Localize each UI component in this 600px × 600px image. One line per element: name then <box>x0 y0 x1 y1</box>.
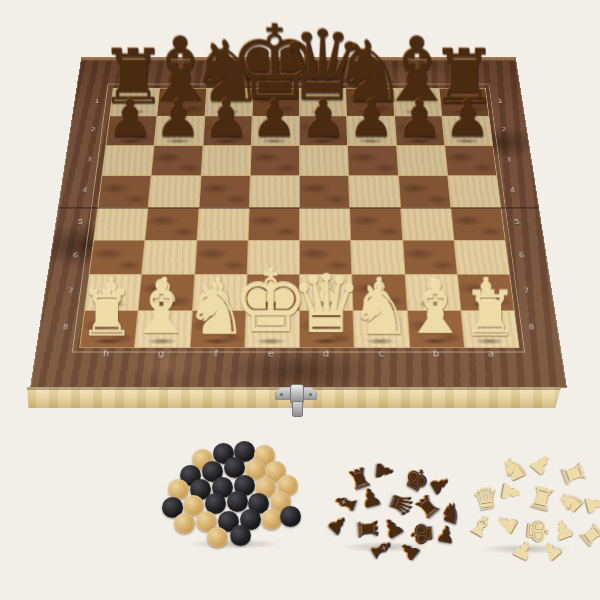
rank-label: 6 <box>69 252 83 259</box>
pile-checkers <box>160 437 310 549</box>
rank-label: 8 <box>524 323 539 331</box>
pile-light-pieces: ♞♟♜♛♟♜♞♟♝♟♚♟♜♟♟ <box>452 436 600 554</box>
file-label: d <box>299 349 354 361</box>
square <box>85 275 141 310</box>
square <box>149 176 200 207</box>
checker-tan <box>261 509 282 530</box>
file-label: a <box>463 349 519 361</box>
square <box>346 89 393 116</box>
square <box>399 176 451 207</box>
dark-pawn-loose: ♟ <box>372 460 396 482</box>
rank-label: 7 <box>519 287 533 295</box>
rank-label: 1 <box>91 98 104 104</box>
square <box>407 311 463 348</box>
metal-latch-icon <box>271 384 321 418</box>
square <box>195 241 248 275</box>
latch-screw <box>280 393 283 396</box>
square <box>448 176 501 207</box>
square <box>142 241 196 275</box>
rank-label: 7 <box>63 287 77 295</box>
square <box>461 311 519 348</box>
square <box>300 117 348 145</box>
checker-black <box>280 506 301 527</box>
rank-label: 5 <box>510 218 524 225</box>
square <box>252 89 299 116</box>
file-label: h <box>78 349 134 361</box>
square <box>102 146 153 176</box>
rank-label: 2 <box>87 126 100 132</box>
file-labels: hgfedcba <box>78 349 520 361</box>
square <box>139 275 194 310</box>
checker-black <box>227 491 248 512</box>
square <box>146 208 199 240</box>
rank-label: 4 <box>78 187 91 194</box>
square <box>158 89 206 116</box>
square <box>245 311 299 348</box>
square <box>403 241 457 275</box>
rank-label: 6 <box>515 252 529 259</box>
square <box>349 176 400 207</box>
square <box>98 176 150 207</box>
square <box>405 275 460 310</box>
square <box>203 117 251 145</box>
square <box>445 146 496 176</box>
checker-tan <box>174 513 195 534</box>
square <box>90 241 145 275</box>
square <box>249 176 298 207</box>
square <box>247 241 299 275</box>
square <box>458 275 514 310</box>
square <box>300 311 354 348</box>
square <box>199 176 249 207</box>
square <box>442 117 492 145</box>
latch-screw <box>309 393 312 396</box>
square <box>106 117 156 145</box>
rank-label: 1 <box>494 98 507 104</box>
rank-label: 4 <box>506 187 519 194</box>
square <box>300 241 352 275</box>
square <box>397 146 447 176</box>
file-label: b <box>408 349 464 361</box>
file-label: e <box>243 349 298 361</box>
square <box>205 89 252 116</box>
square <box>401 208 454 240</box>
square <box>94 208 148 240</box>
rank-label: 3 <box>502 156 515 163</box>
square <box>348 146 397 176</box>
squares-grid <box>79 88 520 348</box>
square <box>197 208 249 240</box>
file-label: g <box>133 349 189 361</box>
square <box>454 241 509 275</box>
board-scene: ♜♝♞♚♛♞♝♜♟♟♟♟♟♟♟♟♟♟♟♟♟♟♟♟♜♝♞♚♛♞♝♜ hgfedcb… <box>30 0 567 388</box>
checker-black <box>230 525 251 546</box>
dark-pawn-loose: ♟ <box>357 484 384 513</box>
rank-label: 3 <box>82 156 95 163</box>
square <box>135 311 191 348</box>
file-label: c <box>353 349 409 361</box>
square <box>439 89 488 116</box>
square <box>152 146 202 176</box>
square <box>251 117 299 145</box>
rank-label: 8 <box>58 323 73 331</box>
square <box>190 311 245 348</box>
square <box>193 275 247 310</box>
square <box>246 275 299 310</box>
square <box>300 176 350 207</box>
rank-label: 2 <box>498 126 511 132</box>
square <box>351 241 404 275</box>
square <box>352 275 406 310</box>
latch-hasp <box>292 401 303 417</box>
square <box>395 117 444 145</box>
light-pawn-loose: ♟ <box>580 491 600 518</box>
square <box>300 89 347 116</box>
square <box>300 146 348 176</box>
square <box>393 89 441 116</box>
file-label: f <box>188 349 244 361</box>
square <box>347 117 395 145</box>
checker-tan <box>207 527 228 548</box>
square <box>201 146 250 176</box>
square <box>451 208 505 240</box>
square <box>110 89 159 116</box>
chess-board: ♜♝♞♚♛♞♝♜♟♟♟♟♟♟♟♟♟♟♟♟♟♟♟♟♜♝♞♚♛♞♝♜ hgfedcb… <box>30 57 567 388</box>
square <box>354 311 409 348</box>
square <box>248 208 299 240</box>
rank-label: 5 <box>73 218 87 225</box>
square <box>300 208 351 240</box>
product-photo-stage: ♜♝♞♚♛♞♝♜♟♟♟♟♟♟♟♟♟♟♟♟♟♟♟♟♜♝♞♚♛♞♝♜ hgfedcb… <box>0 0 600 600</box>
square <box>350 208 402 240</box>
square <box>155 117 204 145</box>
square <box>300 275 353 310</box>
square <box>80 311 138 348</box>
pile-dark-pieces: ♜♟♚♟♝♟♛♜♞♟♜♟♚♟♝♟ <box>312 444 457 552</box>
square <box>250 146 298 176</box>
light-pawn-loose: ♟ <box>497 479 524 504</box>
